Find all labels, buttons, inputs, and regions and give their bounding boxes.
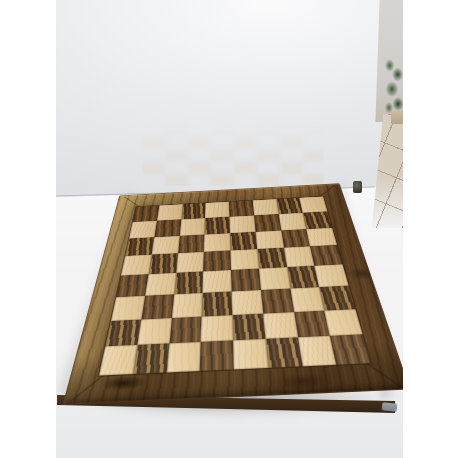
square-r7-c1 xyxy=(105,319,141,347)
square-r1-c8 xyxy=(299,196,327,212)
photo-frame xyxy=(56,0,403,458)
square-r5-c4 xyxy=(203,270,232,293)
board-grid xyxy=(99,196,371,375)
square-r2-c4 xyxy=(205,217,230,235)
square-r4-c4 xyxy=(203,251,231,272)
square-r1-c1 xyxy=(133,205,159,221)
square-r8-c8 xyxy=(330,335,371,365)
square-r5-c6 xyxy=(259,267,290,290)
square-r8-c5 xyxy=(233,339,268,369)
square-r3-c4 xyxy=(204,233,230,252)
square-r3-c3 xyxy=(178,234,205,253)
square-r5-c3 xyxy=(174,271,204,294)
square-r4-c2 xyxy=(148,253,177,274)
square-r5-c5 xyxy=(231,269,261,292)
square-r3-c7 xyxy=(281,229,310,248)
square-r5-c1 xyxy=(116,274,148,297)
square-r6-c4 xyxy=(202,291,232,316)
square-r4-c6 xyxy=(257,248,287,269)
cable-connector xyxy=(382,402,398,412)
square-r2-c7 xyxy=(278,213,306,231)
potted-plant-icon xyxy=(384,54,403,118)
square-r7-c8 xyxy=(324,309,362,336)
square-r8-c3 xyxy=(166,342,201,372)
square-r4-c7 xyxy=(284,246,315,267)
square-r7-c6 xyxy=(263,312,298,339)
square-r3-c5 xyxy=(230,232,257,251)
square-r1-c6 xyxy=(252,199,278,215)
square-r6-c3 xyxy=(171,293,202,318)
square-r2-c1 xyxy=(129,221,157,239)
frame-miter-joint xyxy=(124,197,140,207)
square-r6-c8 xyxy=(319,285,355,310)
square-r6-c5 xyxy=(232,290,263,315)
square-r8-c4 xyxy=(200,341,234,371)
square-r5-c8 xyxy=(315,264,349,287)
square-r4-c5 xyxy=(230,249,258,270)
square-r8-c6 xyxy=(265,338,302,368)
square-r6-c1 xyxy=(111,296,145,321)
square-r2-c6 xyxy=(254,214,281,232)
square-r3-c8 xyxy=(306,227,337,246)
square-r5-c2 xyxy=(145,273,176,296)
plant-pot xyxy=(391,111,403,124)
square-r4-c3 xyxy=(176,252,204,273)
square-r1-c3 xyxy=(181,203,206,219)
square-r3-c1 xyxy=(125,237,154,256)
frame-miter-joint xyxy=(366,363,401,387)
square-r1-c4 xyxy=(205,202,229,218)
square-r4-c8 xyxy=(310,245,342,266)
square-r3-c6 xyxy=(255,230,283,249)
frame-miter-joint xyxy=(71,375,104,401)
square-r7-c2 xyxy=(137,318,171,345)
frame-miter-joint xyxy=(320,185,335,197)
square-r8-c2 xyxy=(132,344,168,374)
product-photo-canvas xyxy=(0,0,458,458)
square-r2-c5 xyxy=(229,215,255,233)
board-reflection xyxy=(142,122,324,186)
square-r1-c5 xyxy=(229,200,254,216)
square-r2-c3 xyxy=(179,218,205,236)
square-r1-c2 xyxy=(157,204,183,220)
square-r3-c2 xyxy=(151,236,179,255)
square-r7-c3 xyxy=(169,316,202,343)
square-r7-c5 xyxy=(232,313,265,340)
square-r4-c1 xyxy=(121,255,151,276)
square-r6-c2 xyxy=(141,294,174,319)
square-r8-c1 xyxy=(99,345,137,375)
square-r2-c2 xyxy=(154,219,181,237)
square-r7-c4 xyxy=(201,315,233,342)
square-r2-c8 xyxy=(303,211,332,229)
square-r6-c6 xyxy=(261,288,294,313)
square-r1-c7 xyxy=(276,198,303,214)
